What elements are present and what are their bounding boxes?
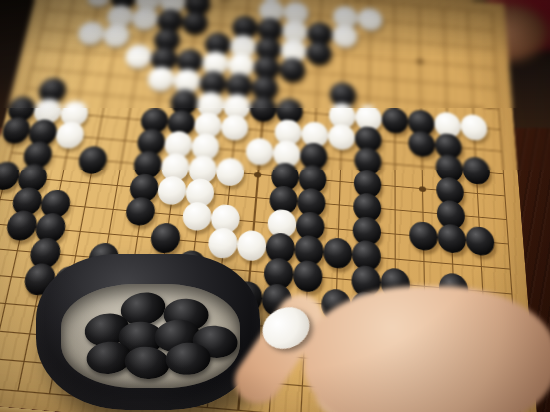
white-stone[interactable] <box>184 177 215 207</box>
black-stone[interactable] <box>435 154 463 183</box>
black-stone[interactable] <box>124 196 157 227</box>
black-stone[interactable] <box>298 164 327 194</box>
black-stone[interactable] <box>295 210 325 242</box>
black-stone[interactable] <box>27 119 60 148</box>
go-game-photo <box>0 0 550 412</box>
black-stone[interactable] <box>16 163 50 193</box>
black-stone[interactable] <box>77 145 110 174</box>
black-stone[interactable] <box>0 116 33 145</box>
black-stone[interactable] <box>5 210 40 242</box>
white-stone[interactable] <box>210 203 241 234</box>
black-stone[interactable] <box>136 128 167 157</box>
black-stone[interactable] <box>299 142 327 171</box>
black-stone[interactable] <box>354 147 381 176</box>
black-stone[interactable] <box>409 220 438 252</box>
black-stone[interactable] <box>265 232 296 264</box>
white-stone[interactable] <box>160 152 191 182</box>
black-stone[interactable] <box>21 141 55 170</box>
black-stone[interactable] <box>465 225 495 257</box>
black-stone[interactable] <box>353 169 381 199</box>
black-stone[interactable] <box>270 162 299 192</box>
black-stone[interactable] <box>352 215 381 247</box>
palm <box>304 286 550 412</box>
black-stone[interactable] <box>437 223 466 255</box>
black-stone[interactable] <box>128 173 160 203</box>
black-stone[interactable] <box>33 212 68 244</box>
stone-bowl-lid[interactable] <box>36 254 260 410</box>
black-stone[interactable] <box>39 188 73 219</box>
white-stone[interactable] <box>215 157 245 187</box>
black-stone[interactable] <box>132 150 164 180</box>
bowl-liner <box>61 284 240 389</box>
white-stone[interactable] <box>54 121 86 150</box>
white-stone[interactable] <box>245 137 274 166</box>
black-stone[interactable] <box>0 161 22 191</box>
white-stone[interactable] <box>181 201 213 232</box>
black-stone[interactable] <box>149 222 182 254</box>
black-stone[interactable] <box>436 176 464 206</box>
black-stone[interactable] <box>269 185 299 216</box>
black-stone[interactable] <box>28 237 63 270</box>
black-stone[interactable] <box>353 192 381 223</box>
black-stone[interactable] <box>462 156 490 185</box>
white-stone[interactable] <box>267 208 297 239</box>
white-stone[interactable] <box>163 130 194 159</box>
white-stone[interactable] <box>236 230 267 262</box>
white-stone[interactable] <box>187 155 218 185</box>
star-point <box>89 157 97 163</box>
black-stone[interactable] <box>436 199 465 230</box>
star-point <box>419 186 426 192</box>
white-stone[interactable] <box>272 140 301 169</box>
black-stone[interactable] <box>10 186 45 217</box>
white-stone[interactable] <box>190 133 220 162</box>
star-point <box>254 171 262 177</box>
white-stone[interactable] <box>156 175 188 205</box>
white-stone[interactable] <box>207 227 239 259</box>
black-stone[interactable] <box>297 187 326 218</box>
